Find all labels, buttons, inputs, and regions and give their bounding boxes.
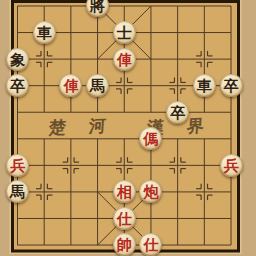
piece-black-soldier[interactable]: 卒 <box>6 74 29 97</box>
black-soldier-glyph: 卒 <box>10 79 25 94</box>
piece-red-soldier[interactable]: 兵 <box>6 154 29 177</box>
piece-red-chariot[interactable]: 俥 <box>113 48 136 71</box>
black-chariot-glyph: 車 <box>197 79 212 94</box>
piece-red-elephant[interactable]: 相 <box>113 180 136 203</box>
black-soldier-glyph: 卒 <box>224 79 239 94</box>
piece-red-cannon[interactable]: 炮 <box>139 180 162 203</box>
red-general-glyph: 帥 <box>117 238 132 253</box>
red-chariot-glyph: 俥 <box>117 52 132 67</box>
piece-black-advisor[interactable]: 士 <box>113 21 136 44</box>
red-advisor-glyph: 仕 <box>117 211 132 226</box>
black-horse-glyph: 馬 <box>90 79 105 94</box>
piece-red-horse[interactable]: 傌 <box>139 127 162 150</box>
piece-black-general[interactable]: 將 <box>86 0 109 17</box>
piece-black-soldier[interactable]: 卒 <box>166 101 189 124</box>
piece-red-advisor[interactable]: 仕 <box>139 233 162 256</box>
red-elephant-glyph: 相 <box>117 185 132 200</box>
piece-red-general[interactable]: 帥 <box>113 233 136 256</box>
piece-black-elephant[interactable]: 象 <box>6 48 29 71</box>
red-advisor-glyph: 仕 <box>143 238 158 253</box>
piece-black-soldier[interactable]: 卒 <box>220 74 243 97</box>
red-cannon-glyph: 炮 <box>143 185 158 200</box>
red-chariot-glyph: 俥 <box>63 79 78 94</box>
black-elephant-glyph: 象 <box>10 52 25 67</box>
black-advisor-glyph: 士 <box>117 26 132 41</box>
piece-black-chariot[interactable]: 車 <box>193 74 216 97</box>
black-general-glyph: 將 <box>90 0 105 14</box>
black-soldier-glyph: 卒 <box>170 105 185 120</box>
piece-red-soldier[interactable]: 兵 <box>220 154 243 177</box>
red-soldier-glyph: 兵 <box>224 158 239 173</box>
piece-black-chariot[interactable]: 車 <box>33 21 56 44</box>
red-soldier-glyph: 兵 <box>10 158 25 173</box>
red-horse-glyph: 傌 <box>143 132 158 147</box>
black-horse-glyph: 馬 <box>10 185 25 200</box>
black-chariot-glyph: 車 <box>37 26 52 41</box>
xiangqi-board: 楚河 漢界 將車士象俥卒俥馬車卒卒傌兵兵馬相炮仕帥仕 <box>0 0 256 256</box>
piece-black-horse[interactable]: 馬 <box>86 74 109 97</box>
piece-red-advisor[interactable]: 仕 <box>113 207 136 230</box>
piece-layer: 將車士象俥卒俥馬車卒卒傌兵兵馬相炮仕帥仕 <box>4 0 244 256</box>
piece-red-chariot[interactable]: 俥 <box>59 74 82 97</box>
piece-black-horse[interactable]: 馬 <box>6 180 29 203</box>
